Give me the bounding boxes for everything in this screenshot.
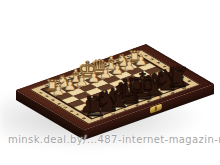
coord-mark: 3	[155, 62, 161, 65]
coord-mark: c	[122, 108, 127, 111]
coord-mark: 8	[186, 80, 192, 83]
coord-mark: 7	[75, 113, 81, 116]
coord-mark: 6	[174, 73, 180, 76]
coord-mark: g	[114, 59, 120, 62]
coord-mark: 2	[44, 95, 50, 98]
coord-mark: 7	[180, 76, 186, 79]
coord-mark: 1	[38, 92, 44, 95]
coord-mark: c	[67, 76, 72, 79]
coord-mark: b	[55, 80, 61, 83]
coord-mark: e	[145, 100, 151, 103]
coord-mark: 5	[168, 69, 174, 72]
coord-mark: 8	[81, 117, 87, 120]
coord-mark: a	[43, 84, 49, 87]
coord-mark: h	[181, 87, 187, 90]
coord-mark: g	[169, 91, 175, 94]
coord-mark: e	[90, 67, 96, 70]
coord-mark: d	[78, 72, 84, 75]
coord-mark: 6	[69, 110, 75, 113]
coord-mark: f	[103, 63, 108, 65]
product-photo-canvas: aa11bb22cc33dd44ee55ff66gg77hh88 ♜♞♝♚♛♝♞…	[0, 0, 220, 165]
coord-mark: 5	[62, 106, 68, 109]
coord-mark: 3	[50, 99, 56, 102]
watermark-text: minsk.deal.by/...487-internet-magazin-no…	[8, 134, 220, 145]
coord-mark: 2	[149, 58, 155, 61]
coord-mark: a	[98, 117, 104, 120]
coord-mark: d	[134, 104, 140, 107]
coord-mark: h	[126, 55, 132, 58]
coord-mark: b	[110, 112, 116, 115]
coord-mark: 1	[143, 54, 149, 57]
coord-mark: f	[158, 96, 163, 98]
